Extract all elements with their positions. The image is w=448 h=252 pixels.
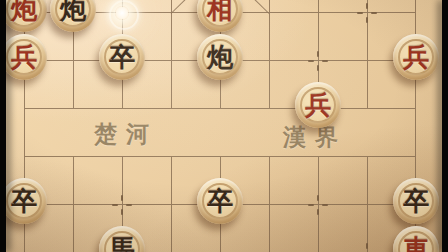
marker-stroke <box>121 195 123 201</box>
marker-stroke <box>112 204 118 206</box>
point-marker <box>357 243 377 252</box>
point-marker <box>308 51 328 71</box>
marker-stroke <box>371 12 377 14</box>
black-cannon-piece[interactable]: 炮 <box>197 34 243 80</box>
board-cell[interactable] <box>220 109 269 157</box>
marker-stroke <box>366 243 368 249</box>
board-cell[interactable] <box>367 109 416 157</box>
black-soldier-piece[interactable]: 卒 <box>393 178 439 224</box>
xiangqi-board[interactable]: 楚河 漢界 炮炮相兵卒炮兵兵卒卒卒馬車 <box>0 0 448 252</box>
xiangqi-screenshot: 楚河 漢界 炮炮相兵卒炮兵兵卒卒卒馬車 <box>0 0 448 252</box>
piece-character: 兵 <box>305 92 331 118</box>
point-marker <box>308 195 328 215</box>
piece-character: 炮 <box>11 0 37 22</box>
marker-stroke <box>317 195 319 201</box>
piece-character: 卒 <box>109 44 135 70</box>
board-cell[interactable] <box>269 0 318 13</box>
marker-stroke <box>308 204 314 206</box>
piece-character: 卒 <box>207 188 233 214</box>
black-soldier-piece[interactable]: 卒 <box>99 34 145 80</box>
marker-stroke <box>317 65 319 71</box>
letterbox-bar-left <box>0 0 6 252</box>
red-soldier-piece[interactable]: 兵 <box>1 34 47 80</box>
marker-stroke <box>317 51 319 57</box>
sparkle-core <box>115 6 129 20</box>
piece-character: 相 <box>207 0 233 22</box>
letterbox-bar-right <box>442 0 448 252</box>
black-soldier-piece[interactable]: 卒 <box>1 178 47 224</box>
marker-stroke <box>357 12 363 14</box>
piece-character: 卒 <box>11 188 37 214</box>
river-label-chu-he: 楚河 <box>94 119 158 150</box>
marker-stroke <box>322 204 328 206</box>
black-soldier-piece[interactable]: 卒 <box>197 178 243 224</box>
red-soldier-piece[interactable]: 兵 <box>295 82 341 128</box>
piece-character: 卒 <box>403 188 429 214</box>
point-marker <box>357 3 377 23</box>
marker-stroke <box>366 3 368 9</box>
board-cell[interactable] <box>24 109 73 157</box>
piece-character: 兵 <box>11 44 37 70</box>
piece-character: 馬 <box>109 236 135 252</box>
board-cell[interactable] <box>171 109 220 157</box>
marker-stroke <box>322 60 328 62</box>
marker-stroke <box>121 209 123 215</box>
piece-character: 炮 <box>207 44 233 70</box>
piece-character: 炮 <box>60 0 86 22</box>
marker-stroke <box>126 204 132 206</box>
piece-character: 兵 <box>403 44 429 70</box>
piece-character: 車 <box>403 236 429 252</box>
red-soldier-piece[interactable]: 兵 <box>393 34 439 80</box>
marker-stroke <box>308 60 314 62</box>
point-marker <box>112 195 132 215</box>
marker-stroke <box>366 17 368 23</box>
marker-stroke <box>317 209 319 215</box>
